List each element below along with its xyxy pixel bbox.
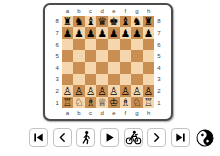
rank-label-6-right: 6 bbox=[154, 39, 163, 51]
rank-label-4-right: 4 bbox=[154, 62, 163, 74]
square-b7[interactable]: ♟ bbox=[73, 27, 85, 39]
autoplay-slow-button[interactable] bbox=[76, 128, 95, 147]
square-e3[interactable] bbox=[108, 74, 120, 86]
piece-black-pawn: ♟ bbox=[97, 27, 106, 38]
skip-to-start-icon bbox=[31, 130, 46, 145]
next-move-button[interactable] bbox=[147, 128, 166, 147]
square-g3[interactable] bbox=[131, 74, 143, 86]
board-corner bbox=[154, 108, 163, 117]
piece-white-queen: ♕ bbox=[97, 97, 106, 108]
square-d3[interactable] bbox=[96, 74, 108, 86]
file-label-b-bottom: b bbox=[73, 108, 85, 117]
go-to-end-button[interactable] bbox=[171, 128, 190, 147]
rank-label-2-right: 2 bbox=[154, 85, 163, 97]
board-corner bbox=[53, 108, 62, 117]
piece-black-knight: ♞ bbox=[132, 16, 141, 27]
file-label-g-top: g bbox=[131, 7, 143, 16]
square-f3[interactable] bbox=[120, 74, 132, 86]
piece-black-pawn: ♟ bbox=[86, 27, 95, 38]
square-a3[interactable] bbox=[62, 74, 74, 86]
piece-black-pawn: ♟ bbox=[63, 27, 72, 38]
square-b3[interactable] bbox=[73, 74, 85, 86]
piece-black-pawn: ♟ bbox=[109, 27, 118, 38]
square-h8[interactable]: ♜ bbox=[143, 16, 155, 28]
square-b2[interactable]: ♙ bbox=[73, 85, 85, 97]
square-h2[interactable]: ♙ bbox=[143, 85, 155, 97]
rank-label-3-right: 3 bbox=[154, 74, 163, 86]
piece-white-bishop: ♗ bbox=[86, 97, 95, 108]
file-label-f-bottom: f bbox=[120, 108, 132, 117]
piece-black-bishop: ♝ bbox=[86, 16, 95, 27]
square-c4[interactable] bbox=[85, 62, 97, 74]
square-f8[interactable]: ♝ bbox=[120, 16, 132, 28]
rank-label-2-left: 2 bbox=[53, 85, 62, 97]
square-c2[interactable]: ♙ bbox=[85, 85, 97, 97]
square-e2[interactable]: ♙ bbox=[108, 85, 120, 97]
piece-white-king: ♔ bbox=[109, 97, 118, 108]
rank-label-4-left: 4 bbox=[53, 62, 62, 74]
previous-move-button[interactable] bbox=[53, 128, 72, 147]
square-h5[interactable] bbox=[143, 50, 155, 62]
piece-white-bishop: ♗ bbox=[121, 97, 130, 108]
file-label-g-bottom: g bbox=[131, 108, 143, 117]
square-b4[interactable] bbox=[73, 62, 85, 74]
square-e5[interactable] bbox=[108, 50, 120, 62]
file-label-c-top: c bbox=[85, 7, 97, 16]
square-a7[interactable]: ♟ bbox=[62, 27, 74, 39]
square-g2[interactable]: ♙ bbox=[131, 85, 143, 97]
piece-white-pawn: ♙ bbox=[121, 85, 130, 96]
piece-black-pawn: ♟ bbox=[132, 27, 141, 38]
piece-black-pawn: ♟ bbox=[144, 27, 153, 38]
go-to-start-button[interactable] bbox=[29, 128, 48, 147]
square-h7[interactable]: ♟ bbox=[143, 27, 155, 39]
piece-black-pawn: ♟ bbox=[74, 27, 83, 38]
file-label-d-top: d bbox=[96, 7, 108, 16]
piece-white-pawn: ♙ bbox=[74, 85, 83, 96]
file-label-e-bottom: e bbox=[108, 108, 120, 117]
rank-label-7-left: 7 bbox=[53, 27, 62, 39]
square-c7[interactable]: ♟ bbox=[85, 27, 97, 39]
square-a5[interactable] bbox=[62, 50, 74, 62]
rank-label-6-left: 6 bbox=[53, 39, 62, 51]
square-c5[interactable] bbox=[85, 50, 97, 62]
piece-black-queen: ♛ bbox=[97, 16, 106, 27]
yin-yang-icon bbox=[196, 129, 214, 147]
play-icon bbox=[102, 130, 117, 145]
chess-board: abcdefgh8♜♞♝♛♚♝♞♜87♟♟♟♟♟♟♟♟7665544332♙♙♙… bbox=[53, 7, 164, 118]
file-label-b-top: b bbox=[73, 7, 85, 16]
file-label-h-bottom: h bbox=[143, 108, 155, 117]
square-f5[interactable] bbox=[120, 50, 132, 62]
square-d6[interactable] bbox=[96, 39, 108, 51]
square-f7[interactable]: ♟ bbox=[120, 27, 132, 39]
square-h1[interactable]: ♖ bbox=[143, 97, 155, 109]
square-g4[interactable] bbox=[131, 62, 143, 74]
square-a4[interactable] bbox=[62, 62, 74, 74]
playback-controls bbox=[29, 128, 215, 147]
chevron-right-icon bbox=[149, 130, 164, 145]
file-label-c-bottom: c bbox=[85, 108, 97, 117]
square-e7[interactable]: ♟ bbox=[108, 27, 120, 39]
square-f2[interactable]: ♙ bbox=[120, 85, 132, 97]
square-d4[interactable] bbox=[96, 62, 108, 74]
file-label-f-top: f bbox=[120, 7, 132, 16]
file-label-d-bottom: d bbox=[96, 108, 108, 117]
piece-white-pawn: ♙ bbox=[144, 85, 153, 96]
piece-black-rook: ♜ bbox=[63, 16, 72, 27]
square-b8[interactable]: ♞ bbox=[73, 16, 85, 28]
square-b6[interactable] bbox=[73, 39, 85, 51]
board-corner bbox=[154, 7, 163, 16]
square-d1[interactable]: ♕ bbox=[96, 97, 108, 109]
piece-white-pawn: ♙ bbox=[63, 85, 72, 96]
rank-label-8-right: 8 bbox=[154, 16, 163, 28]
square-g5[interactable] bbox=[131, 50, 143, 62]
piece-white-pawn: ♙ bbox=[109, 85, 118, 96]
rank-label-8-left: 8 bbox=[53, 16, 62, 28]
walker-icon bbox=[78, 130, 94, 146]
piece-white-pawn: ♙ bbox=[97, 85, 106, 96]
chevron-left-icon bbox=[55, 130, 70, 145]
piece-white-pawn: ♙ bbox=[86, 85, 95, 96]
rank-label-7-right: 7 bbox=[154, 27, 163, 39]
square-f4[interactable] bbox=[120, 62, 132, 74]
square-d8[interactable]: ♛ bbox=[96, 16, 108, 28]
square-g1[interactable]: ♘ bbox=[131, 97, 143, 109]
rank-label-3-left: 3 bbox=[53, 74, 62, 86]
square-e6[interactable] bbox=[108, 39, 120, 51]
square-f1[interactable]: ♗ bbox=[120, 97, 132, 109]
square-h4[interactable] bbox=[143, 62, 155, 74]
file-label-a-top: a bbox=[62, 7, 74, 16]
square-b1[interactable]: ♘ bbox=[73, 97, 85, 109]
square-c8[interactable]: ♝ bbox=[85, 16, 97, 28]
rank-label-5-right: 5 bbox=[154, 50, 163, 62]
piece-black-rook: ♜ bbox=[144, 16, 153, 27]
square-b5[interactable] bbox=[73, 50, 85, 62]
skip-to-end-icon bbox=[173, 130, 188, 145]
file-label-h-top: h bbox=[143, 7, 155, 16]
square-c6[interactable] bbox=[85, 39, 97, 51]
file-label-e-top: e bbox=[108, 7, 120, 16]
square-a8[interactable]: ♜ bbox=[62, 16, 74, 28]
square-g6[interactable] bbox=[131, 39, 143, 51]
square-g8[interactable]: ♞ bbox=[131, 16, 143, 28]
square-c1[interactable]: ♗ bbox=[85, 97, 97, 109]
square-a1[interactable]: ♖ bbox=[62, 97, 74, 109]
rank-label-5-left: 5 bbox=[53, 50, 62, 62]
square-h3[interactable] bbox=[143, 74, 155, 86]
square-d2[interactable]: ♙ bbox=[96, 85, 108, 97]
square-e8[interactable]: ♚ bbox=[108, 16, 120, 28]
rank-label-1-left: 1 bbox=[53, 97, 62, 109]
rank-label-1-right: 1 bbox=[154, 97, 163, 109]
piece-black-knight: ♞ bbox=[74, 16, 83, 27]
square-h6[interactable] bbox=[143, 39, 155, 51]
bicycle-icon bbox=[125, 129, 142, 146]
square-g7[interactable]: ♟ bbox=[131, 27, 143, 39]
piece-black-king: ♚ bbox=[109, 16, 118, 27]
piece-white-knight: ♘ bbox=[132, 97, 141, 108]
square-e4[interactable] bbox=[108, 62, 120, 74]
yin-yang-button[interactable] bbox=[196, 128, 215, 147]
play-button[interactable] bbox=[100, 128, 119, 147]
square-a2[interactable]: ♙ bbox=[62, 85, 74, 97]
square-a6[interactable] bbox=[62, 39, 74, 51]
square-d7[interactable]: ♟ bbox=[96, 27, 108, 39]
piece-black-bishop: ♝ bbox=[121, 16, 130, 27]
piece-white-rook: ♖ bbox=[63, 97, 72, 108]
square-d5[interactable] bbox=[96, 50, 108, 62]
square-e1[interactable]: ♔ bbox=[108, 97, 120, 109]
chess-board-frame: abcdefgh8♜♞♝♛♚♝♞♜87♟♟♟♟♟♟♟♟7665544332♙♙♙… bbox=[43, 3, 173, 121]
piece-white-rook: ♖ bbox=[144, 97, 153, 108]
autoplay-fast-button[interactable] bbox=[124, 128, 143, 147]
board-corner bbox=[53, 7, 62, 16]
square-f6[interactable] bbox=[120, 39, 132, 51]
piece-white-knight: ♘ bbox=[74, 97, 83, 108]
square-c3[interactable] bbox=[85, 74, 97, 86]
file-label-a-bottom: a bbox=[62, 108, 74, 117]
piece-black-pawn: ♟ bbox=[121, 27, 130, 38]
piece-white-pawn: ♙ bbox=[132, 85, 141, 96]
